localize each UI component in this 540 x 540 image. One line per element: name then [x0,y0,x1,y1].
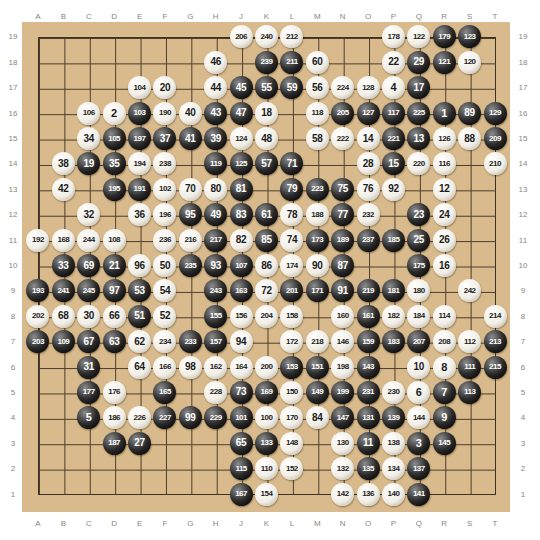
stone-black-Q2[interactable]: 137 [407,457,430,480]
intersection-H15: 39 [203,126,228,151]
stone-white-O15[interactable]: 14 [357,127,380,150]
stone-black-K11[interactable]: 85 [255,229,278,252]
intersection-L3: 148 [279,431,304,456]
stone-black-C14[interactable]: 19 [77,152,100,175]
stone-black-Q7[interactable]: 207 [407,330,430,353]
stone-black-J10[interactable]: 107 [230,254,253,277]
stone-black-L13[interactable]: 79 [280,178,303,201]
stone-black-T6[interactable]: 215 [484,356,507,379]
stone-white-K16[interactable]: 18 [255,102,278,125]
row-label-19: 19 [514,24,532,49]
stone-black-P11[interactable]: 185 [382,229,405,252]
stone-white-R14[interactable]: 116 [433,152,456,175]
stone-black-R18[interactable]: 121 [433,51,456,74]
stone-white-K8[interactable]: 204 [255,305,278,328]
stone-white-C8[interactable]: 30 [77,305,100,328]
stone-black-N16[interactable]: 205 [331,102,354,125]
stone-black-O2[interactable]: 135 [357,457,380,480]
stone-black-K3[interactable]: 133 [255,432,278,455]
intersection-R15: 126 [432,126,457,151]
stone-white-A11[interactable]: 192 [26,229,49,252]
stone-white-F8[interactable]: 52 [153,305,176,328]
stone-white-Q4[interactable]: 144 [407,406,430,429]
stone-black-H12[interactable]: 49 [204,203,227,226]
stone-black-L17[interactable]: 59 [280,76,303,99]
stone-white-R7[interactable]: 208 [433,330,456,353]
intersection-P18: 22 [381,50,406,75]
stone-white-G13[interactable]: 70 [179,178,202,201]
stone-black-P4[interactable]: 139 [382,406,405,429]
stone-black-C5[interactable]: 177 [77,381,100,404]
stone-white-H18[interactable]: 46 [204,51,227,74]
stone-black-C7[interactable]: 67 [77,330,100,353]
stone-black-H4[interactable]: 229 [204,406,227,429]
intersection-G11: 216 [178,227,203,252]
stone-black-C9[interactable]: 245 [77,279,100,302]
stone-white-O14[interactable]: 28 [357,152,380,175]
stone-black-D14[interactable]: 35 [103,152,126,175]
stone-black-J1[interactable]: 167 [230,483,253,506]
stone-black-D3[interactable]: 187 [103,432,126,455]
stone-white-P13[interactable]: 92 [382,178,405,201]
stone-black-K12[interactable]: 61 [255,203,278,226]
intersection-G4: 99 [178,405,203,430]
stone-white-A8[interactable]: 202 [26,305,49,328]
stone-white-F6[interactable]: 166 [153,356,176,379]
stone-black-L14[interactable]: 71 [280,152,303,175]
stone-white-D4[interactable]: 186 [103,406,126,429]
stone-black-H10[interactable]: 93 [204,254,227,277]
stone-black-B10[interactable]: 33 [52,254,75,277]
stone-white-K9[interactable]: 72 [255,279,278,302]
intersection-E4: 226 [127,405,152,430]
stone-white-F11[interactable]: 236 [153,229,176,252]
stone-white-P8[interactable]: 182 [382,305,405,328]
stones-layer[interactable]: 1234567891011121314151617181920212223242… [25,24,508,507]
stone-white-N6[interactable]: 198 [331,356,354,379]
intersection-K12: 61 [254,202,279,227]
stone-black-M11[interactable]: 173 [306,229,329,252]
stone-black-H16[interactable]: 43 [204,102,227,125]
stone-black-M6[interactable]: 151 [306,356,329,379]
row-label-17: 17 [4,75,22,100]
stone-white-K6[interactable]: 200 [255,356,278,379]
stone-white-E6[interactable]: 64 [128,356,151,379]
intersection-M17: 56 [305,75,330,100]
stone-white-P3[interactable]: 138 [382,432,405,455]
intersection-S9: 242 [457,278,482,303]
intersection-R18: 121 [432,50,457,75]
intersection-F16: 190 [152,100,177,125]
stone-black-O7[interactable]: 159 [357,330,380,353]
stone-black-D10[interactable]: 21 [103,254,126,277]
stone-black-J4[interactable]: 101 [230,406,253,429]
stone-white-N1[interactable]: 142 [331,483,354,506]
stone-white-C15[interactable]: 34 [77,127,100,150]
stone-white-N7[interactable]: 146 [331,330,354,353]
stone-white-N8[interactable]: 160 [331,305,354,328]
intersection-T16: 129 [482,100,507,125]
stone-white-Q5[interactable]: 6 [407,381,430,404]
stone-black-R19[interactable]: 179 [433,25,456,48]
stone-black-J14[interactable]: 125 [230,152,253,175]
stone-white-R13[interactable]: 12 [433,178,456,201]
stone-white-L19[interactable]: 212 [280,25,303,48]
stone-white-O17[interactable]: 128 [357,76,380,99]
intersection-S19: 123 [457,24,482,49]
stone-white-F13[interactable]: 102 [153,178,176,201]
stone-white-K2[interactable]: 110 [255,457,278,480]
stone-white-R12[interactable]: 24 [433,203,456,226]
row-label-6: 6 [514,354,532,379]
stone-white-F14[interactable]: 238 [153,152,176,175]
stone-black-O5[interactable]: 231 [357,381,380,404]
intersection-P16: 117 [381,100,406,125]
stone-black-Q15[interactable]: 13 [407,127,430,150]
stone-white-T8[interactable]: 214 [484,305,507,328]
stone-white-G6[interactable]: 98 [179,356,202,379]
stone-black-E9[interactable]: 53 [128,279,151,302]
stone-white-Q8[interactable]: 184 [407,305,430,328]
stone-black-R3[interactable]: 145 [433,432,456,455]
intersection-Q4: 144 [406,405,431,430]
stone-black-H14[interactable]: 119 [204,152,227,175]
stone-white-E10[interactable]: 96 [128,254,151,277]
stone-white-D8[interactable]: 66 [103,305,126,328]
stone-white-M18[interactable]: 60 [306,51,329,74]
col-label-H: H [203,10,228,22]
stone-black-N10[interactable]: 87 [331,254,354,277]
col-label-H: H [203,517,228,529]
stone-white-B14[interactable]: 38 [52,152,75,175]
stone-black-E13[interactable]: 191 [128,178,151,201]
row-label-15: 15 [514,126,532,151]
stone-black-M13[interactable]: 223 [306,178,329,201]
intersection-J16: 47 [228,100,253,125]
stone-black-T15[interactable]: 209 [484,127,507,150]
stone-white-M4[interactable]: 84 [306,406,329,429]
intersection-E16: 103 [127,100,152,125]
stone-white-Q14[interactable]: 220 [407,152,430,175]
stone-white-G16[interactable]: 40 [179,102,202,125]
stone-black-E3[interactable]: 27 [128,432,151,455]
stone-white-C16[interactable]: 106 [77,102,100,125]
intersection-K16: 18 [254,100,279,125]
stone-white-B8[interactable]: 68 [52,305,75,328]
stone-white-S7[interactable]: 112 [458,330,481,353]
stone-black-M5[interactable]: 149 [306,381,329,404]
stone-black-H7[interactable]: 157 [204,330,227,353]
stone-black-G7[interactable]: 233 [179,330,202,353]
stone-black-J12[interactable]: 83 [230,203,253,226]
stone-black-B7[interactable]: 109 [52,330,75,353]
col-label-B: B [51,517,76,529]
stone-black-G12[interactable]: 95 [179,203,202,226]
intersection-Q16: 225 [406,100,431,125]
stone-black-J16[interactable]: 47 [230,102,253,125]
stone-black-M9[interactable]: 171 [306,279,329,302]
stone-white-J7[interactable]: 94 [230,330,253,353]
stone-black-N5[interactable]: 199 [331,381,354,404]
stone-black-E8[interactable]: 51 [128,305,151,328]
stone-white-L2[interactable]: 152 [280,457,303,480]
stone-white-E7[interactable]: 62 [128,330,151,353]
stone-black-O3[interactable]: 11 [357,432,380,455]
stone-black-S19[interactable]: 123 [458,25,481,48]
intersection-B9: 241 [51,278,76,303]
stone-black-D7[interactable]: 63 [103,330,126,353]
stone-black-K18[interactable]: 239 [255,51,278,74]
stone-black-P14[interactable]: 15 [382,152,405,175]
stone-white-L7[interactable]: 172 [280,330,303,353]
intersection-J17: 45 [228,75,253,100]
stone-white-L4[interactable]: 170 [280,406,303,429]
stone-white-H13[interactable]: 80 [204,178,227,201]
stone-white-N3[interactable]: 130 [331,432,354,455]
stone-white-L8[interactable]: 158 [280,305,303,328]
stone-white-F7[interactable]: 234 [153,330,176,353]
stone-black-Q10[interactable]: 175 [407,254,430,277]
stone-white-G11[interactable]: 216 [179,229,202,252]
row-label-10: 10 [514,253,532,278]
intersection-O8: 161 [355,304,380,329]
stone-white-E4[interactable]: 226 [128,406,151,429]
stone-white-R10[interactable]: 16 [433,254,456,277]
intersection-D15: 105 [101,126,126,151]
stone-white-N15[interactable]: 222 [331,127,354,150]
intersection-M6: 151 [305,354,330,379]
stone-white-M16[interactable]: 118 [306,102,329,125]
stone-black-H11[interactable]: 217 [204,229,227,252]
row-label-15: 15 [4,126,22,151]
stone-white-L3[interactable]: 148 [280,432,303,455]
stone-white-S9[interactable]: 242 [458,279,481,302]
stone-black-K17[interactable]: 55 [255,76,278,99]
stone-white-E17[interactable]: 104 [128,76,151,99]
stone-black-R5[interactable]: 7 [433,381,456,404]
stone-black-L6[interactable]: 153 [280,356,303,379]
stone-black-P16[interactable]: 117 [382,102,405,125]
intersection-K15: 48 [254,126,279,151]
stone-white-P18[interactable]: 22 [382,51,405,74]
stone-black-G4[interactable]: 99 [179,406,202,429]
stone-white-M12[interactable]: 188 [306,203,329,226]
stone-black-N9[interactable]: 91 [331,279,354,302]
stone-white-B11[interactable]: 168 [52,229,75,252]
col-label-Q: Q [406,517,431,529]
col-label-P: P [381,10,406,22]
stone-white-F17[interactable]: 20 [153,76,176,99]
stone-black-O4[interactable]: 131 [357,406,380,429]
stone-white-J15[interactable]: 124 [230,127,253,150]
stone-black-Q17[interactable]: 17 [407,76,430,99]
stone-black-S6[interactable]: 111 [458,356,481,379]
stone-white-P19[interactable]: 178 [382,25,405,48]
stone-black-N12[interactable]: 77 [331,203,354,226]
stone-black-Q1[interactable]: 141 [407,483,430,506]
stone-white-Q9[interactable]: 180 [407,279,430,302]
stone-white-J11[interactable]: 82 [230,229,253,252]
stone-black-R16[interactable]: 1 [433,102,456,125]
stone-black-O11[interactable]: 237 [357,229,380,252]
stone-black-A7[interactable]: 203 [26,330,49,353]
stone-white-R15[interactable]: 126 [433,127,456,150]
stone-white-O12[interactable]: 232 [357,203,380,226]
stone-black-J3[interactable]: 65 [230,432,253,455]
stone-black-G15[interactable]: 41 [179,127,202,150]
stone-white-F10[interactable]: 50 [153,254,176,277]
stone-white-O1[interactable]: 136 [357,483,380,506]
stone-white-J6[interactable]: 164 [230,356,253,379]
stone-black-J17[interactable]: 45 [230,76,253,99]
stone-white-O13[interactable]: 76 [357,178,380,201]
stone-black-O9[interactable]: 219 [357,279,380,302]
stone-black-N4[interactable]: 147 [331,406,354,429]
stone-black-Q3[interactable]: 3 [407,432,430,455]
stone-black-L9[interactable]: 201 [280,279,303,302]
stone-white-H5[interactable]: 228 [204,381,227,404]
stone-white-D5[interactable]: 176 [103,381,126,404]
stone-black-F5[interactable]: 165 [153,381,176,404]
stone-white-E14[interactable]: 194 [128,152,151,175]
stone-black-N11[interactable]: 189 [331,229,354,252]
stone-white-P2[interactable]: 134 [382,457,405,480]
stone-white-S18[interactable]: 120 [458,51,481,74]
stone-white-K19[interactable]: 240 [255,25,278,48]
intersection-D11: 108 [101,227,126,252]
stone-white-E12[interactable]: 36 [128,203,151,226]
intersection-M10: 90 [305,253,330,278]
stone-black-S5[interactable]: 113 [458,381,481,404]
stone-black-Q12[interactable]: 23 [407,203,430,226]
stone-white-H6[interactable]: 162 [204,356,227,379]
stone-black-A9[interactable]: 193 [26,279,49,302]
stone-black-J5[interactable]: 73 [230,381,253,404]
stone-white-M10[interactable]: 90 [306,254,329,277]
stone-black-N13[interactable]: 75 [331,178,354,201]
stone-black-Q18[interactable]: 29 [407,51,430,74]
intersection-E17: 104 [127,75,152,100]
stone-black-C4[interactable]: 5 [77,406,100,429]
intersection-Q7: 207 [406,329,431,354]
stone-white-L10[interactable]: 174 [280,254,303,277]
stone-black-P7[interactable]: 183 [382,330,405,353]
stone-white-N2[interactable]: 132 [331,457,354,480]
stone-white-F16[interactable]: 190 [153,102,176,125]
stone-white-C12[interactable]: 32 [77,203,100,226]
stone-black-E15[interactable]: 197 [128,127,151,150]
stone-white-J19[interactable]: 206 [230,25,253,48]
stone-white-K4[interactable]: 100 [255,406,278,429]
stone-black-L18[interactable]: 211 [280,51,303,74]
stone-white-R8[interactable]: 114 [433,305,456,328]
stone-white-P1[interactable]: 140 [382,483,405,506]
stone-black-K14[interactable]: 57 [255,152,278,175]
intersection-B14: 38 [51,151,76,176]
stone-black-D9[interactable]: 97 [103,279,126,302]
stone-white-J8[interactable]: 156 [230,305,253,328]
stone-white-H17[interactable]: 44 [204,76,227,99]
stone-black-K5[interactable]: 169 [255,381,278,404]
stone-black-Q11[interactable]: 25 [407,229,430,252]
stone-black-D15[interactable]: 105 [103,127,126,150]
intersection-N8: 160 [330,304,355,329]
stone-white-T14[interactable]: 210 [484,152,507,175]
stone-black-P9[interactable]: 181 [382,279,405,302]
stone-white-K10[interactable]: 86 [255,254,278,277]
intersection-M11: 173 [305,227,330,252]
stone-black-G10[interactable]: 235 [179,254,202,277]
intersection-N2: 132 [330,456,355,481]
stone-black-J9[interactable]: 163 [230,279,253,302]
stone-white-Q6[interactable]: 10 [407,356,430,379]
stone-black-F15[interactable]: 37 [153,127,176,150]
intersection-J1: 167 [228,481,253,506]
stone-white-D16[interactable]: 2 [103,102,126,125]
stone-white-L12[interactable]: 78 [280,203,303,226]
stone-white-P17[interactable]: 4 [382,76,405,99]
stone-black-D13[interactable]: 195 [103,178,126,201]
stone-white-M7[interactable]: 218 [306,330,329,353]
stone-black-O16[interactable]: 127 [357,102,380,125]
stone-black-E16[interactable]: 103 [128,102,151,125]
stone-white-K15[interactable]: 48 [255,127,278,150]
stone-white-K1[interactable]: 154 [255,483,278,506]
intersection-L12: 78 [279,202,304,227]
stone-black-R4[interactable]: 9 [433,406,456,429]
stone-white-N17[interactable]: 224 [331,76,354,99]
stone-white-B13[interactable]: 42 [52,178,75,201]
stone-black-H15[interactable]: 39 [204,127,227,150]
stone-black-S16[interactable]: 89 [458,102,481,125]
row-label-19: 19 [4,24,22,49]
stone-black-T16[interactable]: 129 [484,102,507,125]
stone-white-Q19[interactable]: 122 [407,25,430,48]
stone-black-Q16[interactable]: 225 [407,102,430,125]
stone-black-J13[interactable]: 81 [230,178,253,201]
stone-black-C6[interactable]: 31 [77,356,100,379]
stone-white-F12[interactable]: 196 [153,203,176,226]
stone-black-B9[interactable]: 241 [52,279,75,302]
stone-white-P5[interactable]: 230 [382,381,405,404]
stone-black-C10[interactable]: 69 [77,254,100,277]
col-label-C: C [76,517,101,529]
row-label-5: 5 [4,380,22,405]
stone-white-M15[interactable]: 58 [306,127,329,150]
stone-black-T7[interactable]: 213 [484,330,507,353]
stone-white-R11[interactable]: 26 [433,229,456,252]
stone-white-C11[interactable]: 244 [77,229,100,252]
stone-black-P15[interactable]: 221 [382,127,405,150]
stone-black-O6[interactable]: 143 [357,356,380,379]
stone-white-R6[interactable]: 8 [433,356,456,379]
stone-white-M17[interactable]: 56 [306,76,329,99]
stone-black-J2[interactable]: 115 [230,457,253,480]
intersection-T15: 209 [482,126,507,151]
intersection-B7: 109 [51,329,76,354]
stone-white-L11[interactable]: 74 [280,229,303,252]
stone-black-H8[interactable]: 155 [204,305,227,328]
stone-black-H9[interactable]: 243 [204,279,227,302]
stone-white-D11[interactable]: 108 [103,229,126,252]
stone-white-S15[interactable]: 88 [458,127,481,150]
stone-white-L5[interactable]: 150 [280,381,303,404]
stone-white-F9[interactable]: 54 [153,279,176,302]
col-label-N: N [330,517,355,529]
stone-black-O8[interactable]: 161 [357,305,380,328]
stone-black-F4[interactable]: 227 [153,406,176,429]
intersection-E10: 96 [127,253,152,278]
